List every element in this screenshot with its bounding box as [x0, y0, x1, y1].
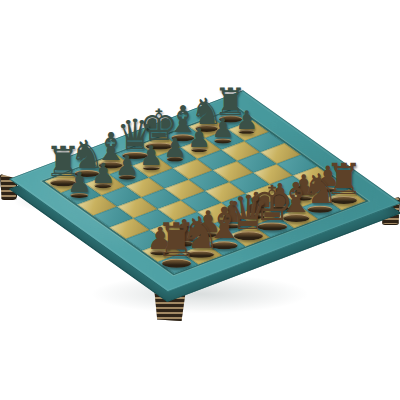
piece-black-pawn-a7[interactable]: ♟ — [67, 170, 92, 198]
black-pawn-icon: ♟ — [139, 144, 163, 169]
black-pawn-icon: ♟ — [163, 135, 187, 160]
black-pawn-icon: ♟ — [115, 152, 140, 177]
black-pawn-icon: ♟ — [91, 161, 116, 187]
white-rook-icon: ♜ — [156, 219, 198, 262]
piece-black-pawn-g7[interactable]: ♟ — [211, 118, 234, 144]
black-pawn-icon: ♟ — [211, 118, 234, 142]
piece-black-pawn-h7[interactable]: ♟ — [235, 109, 258, 134]
black-pawn-icon: ♟ — [235, 109, 258, 133]
piece-black-pawn-f7[interactable]: ♟ — [187, 126, 211, 152]
product-photo-stage: ♜♞♝♛♚♝♞♜♟♟♟♟♟♟♟♟♟♟♟♟♟♟♟♟♜♞♝♛♚♝♞♜ — [0, 0, 400, 400]
piece-black-pawn-e7[interactable]: ♟ — [163, 135, 187, 161]
piece-black-pawn-d7[interactable]: ♟ — [139, 144, 163, 171]
piece-black-pawn-b7[interactable]: ♟ — [91, 161, 116, 189]
black-pawn-icon: ♟ — [187, 126, 211, 150]
black-pawn-icon: ♟ — [67, 170, 92, 196]
piece-white-rook-a1[interactable]: ♜ — [156, 219, 198, 267]
piece-black-pawn-c7[interactable]: ♟ — [115, 152, 140, 179]
